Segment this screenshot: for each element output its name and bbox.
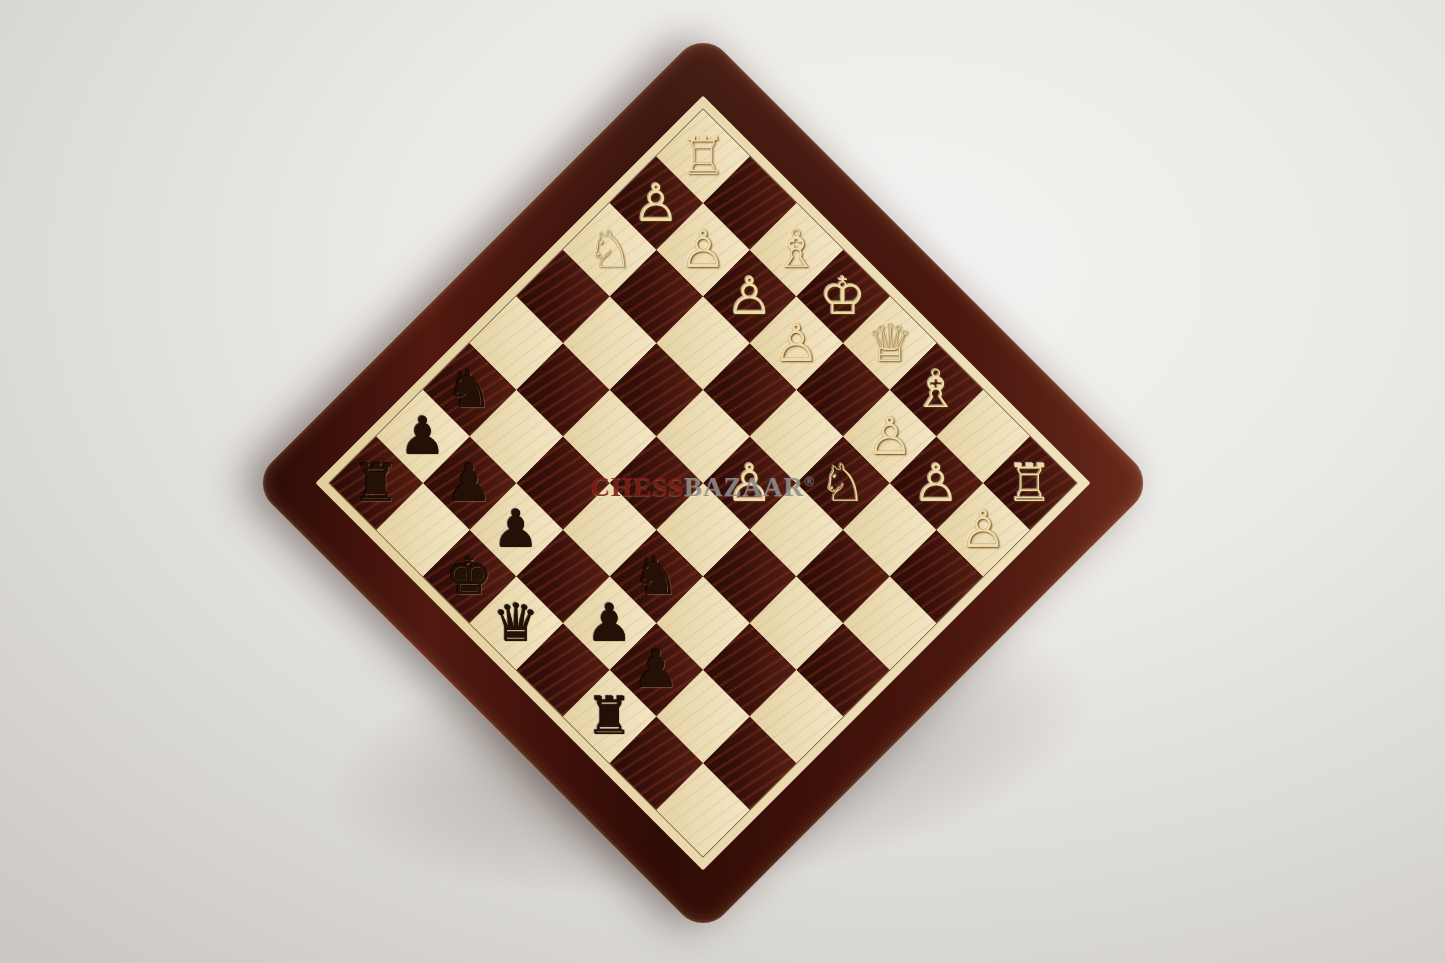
white-pawn-b2: ♙ (913, 457, 960, 509)
white-pawn-e2: ♙ (773, 317, 820, 369)
studio-scene: ♜♛♚♜♟♟♟♟♟♞♞♙♘♘♙♙♙♙♙♙♙♖♗♕♔♗♖ CHESSBAZAAR® (0, 0, 1445, 963)
white-queen-d1: ♕ (866, 317, 913, 369)
white-bishop-c1: ♗ (913, 364, 960, 416)
black-knight-d6: ♞ (633, 550, 680, 602)
black-pawn-d7: ♟ (586, 597, 633, 649)
watermark: CHESSBAZAAR® (590, 472, 815, 503)
black-king-f8: ♚ (446, 550, 493, 602)
watermark-brand-red: CHESS (590, 472, 684, 502)
watermark-brand-gray: BAZAAR (684, 472, 804, 502)
white-knight-c3: ♘ (820, 457, 867, 509)
black-queen-e8: ♛ (493, 597, 540, 649)
white-pawn-g2: ♙ (680, 224, 727, 276)
white-pawn-a2: ♙ (960, 504, 1007, 556)
black-pawn-h7: ♟ (400, 410, 447, 462)
white-knight-h3: ♘ (586, 224, 633, 276)
black-pawn-g7: ♟ (446, 457, 493, 509)
black-pawn-f7: ♟ (493, 504, 540, 556)
white-bishop-f1: ♗ (773, 224, 820, 276)
white-pawn-c2: ♙ (866, 410, 913, 462)
black-knight-h6: ♞ (446, 364, 493, 416)
white-rook-h1: ♖ (680, 130, 727, 182)
white-king-e1: ♔ (820, 270, 867, 322)
black-rook-h8: ♜ (353, 457, 400, 509)
black-rook-c8: ♜ (586, 690, 633, 742)
registered-mark: ® (804, 474, 815, 489)
white-pawn-h2: ♙ (633, 177, 680, 229)
white-pawn-f2: ♙ (726, 270, 773, 322)
white-rook-a1: ♖ (1006, 457, 1053, 509)
black-pawn-c7: ♟ (633, 644, 680, 696)
